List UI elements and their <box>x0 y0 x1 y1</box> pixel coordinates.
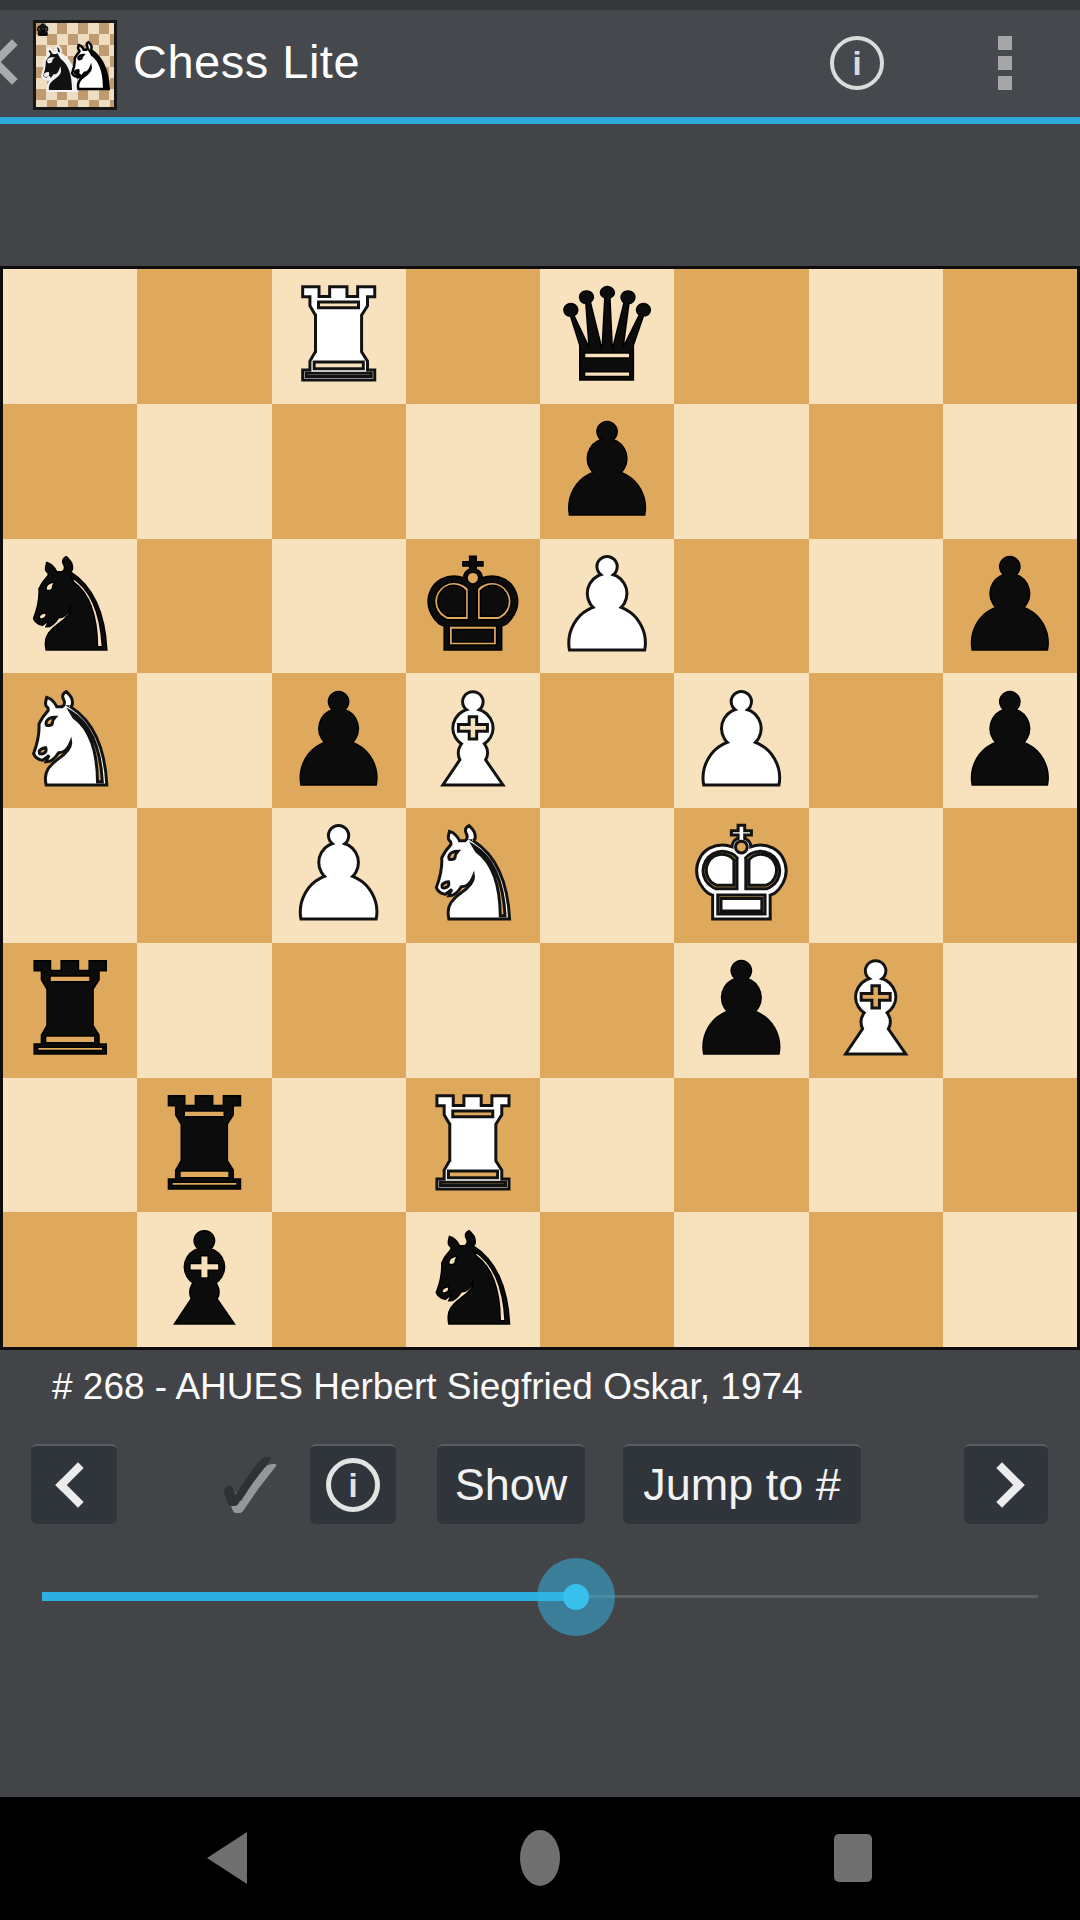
square-g2[interactable] <box>809 1078 943 1213</box>
square-d7[interactable] <box>406 404 540 539</box>
square-d4[interactable]: ♞ <box>406 808 540 943</box>
nav-recents-icon[interactable] <box>834 1834 872 1882</box>
square-e3[interactable] <box>540 943 674 1078</box>
square-a1[interactable] <box>3 1212 137 1347</box>
slider-track-filled[interactable] <box>42 1592 576 1601</box>
puzzle-info-button[interactable]: i <box>310 1444 396 1524</box>
piece-black-B-b1: ♝ <box>147 1216 262 1344</box>
square-c3[interactable] <box>272 943 406 1078</box>
square-g1[interactable] <box>809 1212 943 1347</box>
square-d2[interactable]: ♜ <box>406 1078 540 1213</box>
square-f7[interactable] <box>674 404 808 539</box>
square-f8[interactable] <box>674 269 808 404</box>
piece-black-P-f3: ♟ <box>684 946 799 1074</box>
square-c2[interactable] <box>272 1078 406 1213</box>
show-solution-button[interactable]: Show <box>437 1444 585 1524</box>
jump-to-number-button[interactable]: Jump to # <box>623 1444 861 1524</box>
app-bar: ♛ ♙ ♟ ♔ ♙ ♞ ♞ Chess Lite i <box>0 0 1080 117</box>
overflow-menu-icon[interactable] <box>998 36 1014 92</box>
square-e6[interactable]: ♟ <box>540 539 674 674</box>
nav-back-icon[interactable] <box>207 1832 247 1884</box>
next-puzzle-button[interactable] <box>964 1444 1048 1524</box>
piece-black-R-b2: ♜ <box>147 1081 262 1209</box>
back-chevron-icon[interactable] <box>0 33 26 85</box>
info-letter: i <box>348 1469 357 1502</box>
square-a5[interactable]: ♞ <box>3 673 137 808</box>
square-a6[interactable]: ♞ <box>3 539 137 674</box>
check-mark: ✓ <box>210 1438 287 1530</box>
square-f2[interactable] <box>674 1078 808 1213</box>
square-h3[interactable] <box>943 943 1077 1078</box>
square-b8[interactable] <box>137 269 271 404</box>
info-circle-icon: i <box>326 1458 380 1512</box>
square-e1[interactable] <box>540 1212 674 1347</box>
square-g3[interactable]: ♝ <box>809 943 943 1078</box>
square-f5[interactable]: ♟ <box>674 673 808 808</box>
info-letter: i <box>852 47 861 80</box>
piece-white-P-c4: ♟ <box>281 811 396 939</box>
puzzle-seek-slider[interactable] <box>42 1558 1038 1636</box>
accent-divider <box>0 117 1080 124</box>
square-h8[interactable] <box>943 269 1077 404</box>
square-h4[interactable] <box>943 808 1077 943</box>
solved-check-icon[interactable]: ✓ ✓ <box>210 1438 290 1524</box>
app-logo: ♛ ♙ ♟ ♔ ♙ ♞ ♞ <box>33 20 117 110</box>
chevron-right-icon <box>979 1462 1024 1507</box>
square-d5[interactable]: ♝ <box>406 673 540 808</box>
puzzle-caption: # 268 - AHUES Herbert Siegfried Oskar, 1… <box>52 1366 803 1408</box>
square-d8[interactable] <box>406 269 540 404</box>
piece-black-P-h6: ♟ <box>953 542 1068 670</box>
square-b3[interactable] <box>137 943 271 1078</box>
piece-black-Q-e8: ♛ <box>550 272 665 400</box>
square-e7[interactable]: ♟ <box>540 404 674 539</box>
piece-white-B-d5: ♝ <box>416 677 531 805</box>
square-a7[interactable] <box>3 404 137 539</box>
square-h6[interactable]: ♟ <box>943 539 1077 674</box>
square-e5[interactable] <box>540 673 674 808</box>
piece-white-N-a5: ♞ <box>13 677 128 805</box>
slider-track-remaining[interactable] <box>576 1595 1038 1598</box>
slider-thumb[interactable] <box>563 1584 589 1610</box>
square-g5[interactable] <box>809 673 943 808</box>
square-d3[interactable] <box>406 943 540 1078</box>
square-c6[interactable] <box>272 539 406 674</box>
piece-black-N-a6: ♞ <box>13 542 128 670</box>
square-g6[interactable] <box>809 539 943 674</box>
square-a3[interactable]: ♜ <box>3 943 137 1078</box>
square-d6[interactable]: ♚ <box>406 539 540 674</box>
piece-white-P-f5: ♟ <box>684 677 799 805</box>
square-b7[interactable] <box>137 404 271 539</box>
square-g7[interactable] <box>809 404 943 539</box>
square-c4[interactable]: ♟ <box>272 808 406 943</box>
square-a4[interactable] <box>3 808 137 943</box>
square-a2[interactable] <box>3 1078 137 1213</box>
square-a8[interactable] <box>3 269 137 404</box>
piece-white-R-c8: ♜ <box>281 272 396 400</box>
square-c7[interactable] <box>272 404 406 539</box>
square-c1[interactable] <box>272 1212 406 1347</box>
piece-black-P-c5: ♟ <box>281 677 396 805</box>
square-e4[interactable] <box>540 808 674 943</box>
square-f4[interactable]: ♚ <box>674 808 808 943</box>
kebab-dot <box>998 56 1012 70</box>
square-h7[interactable] <box>943 404 1077 539</box>
chevron-left-icon <box>0 39 35 84</box>
square-b5[interactable] <box>137 673 271 808</box>
square-b1[interactable]: ♝ <box>137 1212 271 1347</box>
previous-puzzle-button[interactable] <box>31 1444 117 1524</box>
piece-white-P-e6: ♟ <box>550 542 665 670</box>
square-c8[interactable]: ♜ <box>272 269 406 404</box>
square-f1[interactable] <box>674 1212 808 1347</box>
piece-white-R-d2: ♜ <box>416 1081 531 1209</box>
chess-board: ♜♛♟♞♚♟♟♞♟♝♟♟♟♞♚♜♟♝♜♜♝♞ <box>0 266 1080 1350</box>
nav-home-icon[interactable] <box>520 1830 560 1886</box>
square-f6[interactable] <box>674 539 808 674</box>
square-h1[interactable] <box>943 1212 1077 1347</box>
kebab-dot <box>998 36 1012 50</box>
piece-white-K-f4: ♚ <box>684 811 799 939</box>
square-g8[interactable] <box>809 269 943 404</box>
piece-black-R-a3: ♜ <box>13 946 128 1074</box>
page-title: Chess Lite <box>133 34 360 89</box>
square-c5[interactable]: ♟ <box>272 673 406 808</box>
square-f3[interactable]: ♟ <box>674 943 808 1078</box>
piece-white-N-d4: ♞ <box>416 811 531 939</box>
android-nav-bar <box>0 1797 1080 1920</box>
square-h5[interactable]: ♟ <box>943 673 1077 808</box>
piece-black-N-d1: ♞ <box>416 1216 531 1344</box>
info-icon[interactable]: i <box>830 36 884 90</box>
piece-black-P-e7: ♟ <box>550 407 665 535</box>
square-h2[interactable] <box>943 1078 1077 1213</box>
square-b4[interactable] <box>137 808 271 943</box>
logo-white-knight: ♞ <box>62 35 117 99</box>
square-b2[interactable]: ♜ <box>137 1078 271 1213</box>
piece-black-P-h5: ♟ <box>953 677 1068 805</box>
square-d1[interactable]: ♞ <box>406 1212 540 1347</box>
square-g4[interactable] <box>809 808 943 943</box>
square-e8[interactable]: ♛ <box>540 269 674 404</box>
chevron-left-icon <box>55 1462 100 1507</box>
square-e2[interactable] <box>540 1078 674 1213</box>
piece-white-B-g3: ♝ <box>818 946 933 1074</box>
kebab-dot <box>998 76 1012 90</box>
square-b6[interactable] <box>137 539 271 674</box>
piece-black-K-d6: ♚ <box>416 542 531 670</box>
